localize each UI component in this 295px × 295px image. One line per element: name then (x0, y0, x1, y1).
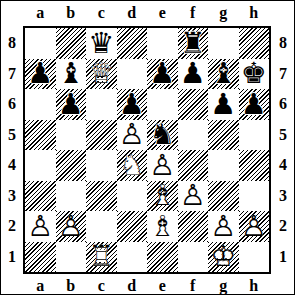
rank-label-6: 6 (273, 89, 293, 120)
rank-label-7: 7 (273, 59, 293, 90)
file-label-h: h (239, 3, 270, 23)
piece-white-pawn: ♟♙ (25, 211, 56, 242)
square-b2[interactable]: ♟♙ (56, 211, 87, 242)
square-f2[interactable] (178, 211, 209, 242)
square-e5[interactable]: ♞ (147, 120, 178, 151)
square-c2[interactable] (86, 211, 117, 242)
square-c1[interactable]: ♜♖ (86, 242, 117, 273)
square-h3[interactable] (239, 181, 270, 212)
piece-black-pawn: ♟ (56, 89, 87, 120)
piece-white-knight: ♞♘ (117, 150, 148, 181)
piece-white-king: ♚♔ (208, 242, 239, 273)
rank-label-1: 1 (2, 242, 22, 273)
rank-label-1: 1 (273, 242, 293, 273)
piece-black-pawn: ♟ (25, 59, 56, 90)
rank-label-4: 4 (2, 150, 22, 181)
square-h2[interactable]: ♟♙ (239, 211, 270, 242)
file-label-d: d (117, 3, 148, 23)
file-label-g: g (208, 276, 239, 295)
square-f8[interactable]: ♜ (178, 28, 209, 59)
piece-black-queen: ♛ (86, 28, 117, 59)
square-a2[interactable]: ♟♙ (25, 211, 56, 242)
file-labels-bottom: abcdefgh (25, 276, 269, 295)
square-f3[interactable]: ♟♙ (178, 181, 209, 212)
square-c5[interactable] (86, 120, 117, 151)
rank-label-5: 5 (2, 120, 22, 151)
square-h4[interactable] (239, 150, 270, 181)
file-labels-top: abcdefgh (25, 3, 269, 23)
square-e7[interactable]: ♟ (147, 59, 178, 90)
square-g2[interactable]: ♟♙ (208, 211, 239, 242)
rank-label-3: 3 (2, 181, 22, 212)
piece-white-pawn: ♟♙ (239, 211, 270, 242)
rank-label-2: 2 (273, 211, 293, 242)
square-g5[interactable] (208, 120, 239, 151)
square-h8[interactable] (239, 28, 270, 59)
rank-label-8: 8 (2, 28, 22, 59)
square-c8[interactable]: ♛ (86, 28, 117, 59)
file-label-g: g (208, 3, 239, 23)
square-f6[interactable] (178, 89, 209, 120)
square-b8[interactable] (56, 28, 87, 59)
square-b5[interactable] (56, 120, 87, 151)
rank-label-3: 3 (273, 181, 293, 212)
square-c7[interactable]: ♛♕ (86, 59, 117, 90)
piece-black-pawn: ♟ (147, 59, 178, 90)
rank-label-8: 8 (273, 28, 293, 59)
square-c6[interactable] (86, 89, 117, 120)
square-e8[interactable] (147, 28, 178, 59)
square-h1[interactable] (239, 242, 270, 273)
square-b4[interactable] (56, 150, 87, 181)
rank-labels-left: 87654321 (2, 28, 22, 272)
square-e1[interactable] (147, 242, 178, 273)
square-f4[interactable] (178, 150, 209, 181)
square-h6[interactable]: ♟ (239, 89, 270, 120)
square-g8[interactable] (208, 28, 239, 59)
chess-board: ♛♜♟♝♛♕♟♟♝♚♟♟♟♟♟♙♞♞♘♟♙♝♗♟♙♟♙♟♙♝♗♟♙♟♙♜♖♚♔ (23, 26, 271, 274)
square-e2[interactable]: ♝♗ (147, 211, 178, 242)
square-a6[interactable] (25, 89, 56, 120)
square-b6[interactable]: ♟ (56, 89, 87, 120)
square-g3[interactable] (208, 181, 239, 212)
square-f1[interactable] (178, 242, 209, 273)
file-label-h: h (239, 276, 270, 295)
piece-black-pawn: ♟ (208, 89, 239, 120)
file-label-a: a (25, 276, 56, 295)
file-label-d: d (117, 276, 148, 295)
file-label-b: b (56, 276, 87, 295)
square-d3[interactable] (117, 181, 148, 212)
piece-black-pawn: ♟ (239, 89, 270, 120)
square-d8[interactable] (117, 28, 148, 59)
square-b3[interactable] (56, 181, 87, 212)
square-d6[interactable]: ♟ (117, 89, 148, 120)
square-d7[interactable] (117, 59, 148, 90)
piece-black-rook: ♜ (178, 28, 209, 59)
piece-black-bishop: ♝ (208, 59, 239, 90)
square-a4[interactable] (25, 150, 56, 181)
square-g1[interactable]: ♚♔ (208, 242, 239, 273)
square-d5[interactable]: ♟♙ (117, 120, 148, 151)
piece-white-pawn: ♟♙ (208, 211, 239, 242)
rank-label-2: 2 (2, 211, 22, 242)
square-a3[interactable] (25, 181, 56, 212)
square-a7[interactable]: ♟ (25, 59, 56, 90)
file-label-b: b (56, 3, 87, 23)
file-label-e: e (147, 276, 178, 295)
square-d2[interactable] (117, 211, 148, 242)
square-g4[interactable] (208, 150, 239, 181)
rank-label-6: 6 (2, 89, 22, 120)
square-f7[interactable]: ♟ (178, 59, 209, 90)
piece-black-pawn: ♟ (178, 59, 209, 90)
chess-diagram: abcdefgh 87654321 ♛♜♟♝♛♕♟♟♝♚♟♟♟♟♟♙♞♞♘♟♙♝… (0, 0, 295, 295)
piece-white-pawn: ♟♙ (147, 150, 178, 181)
piece-black-knight: ♞ (147, 120, 178, 151)
square-f5[interactable] (178, 120, 209, 151)
piece-white-bishop: ♝♗ (147, 181, 178, 212)
square-g6[interactable]: ♟ (208, 89, 239, 120)
piece-white-queen: ♛♕ (86, 59, 117, 90)
file-label-e: e (147, 3, 178, 23)
square-e6[interactable] (147, 89, 178, 120)
square-d4[interactable]: ♞♘ (117, 150, 148, 181)
file-label-f: f (178, 3, 209, 23)
piece-white-pawn: ♟♙ (56, 211, 87, 242)
square-d1[interactable] (117, 242, 148, 273)
piece-white-bishop: ♝♗ (147, 211, 178, 242)
piece-black-pawn: ♟ (117, 89, 148, 120)
square-c3[interactable] (86, 181, 117, 212)
rank-label-7: 7 (2, 59, 22, 90)
rank-labels-right: 87654321 (273, 28, 293, 272)
file-label-f: f (178, 276, 209, 295)
rank-label-5: 5 (273, 120, 293, 151)
rank-label-4: 4 (273, 150, 293, 181)
square-e3[interactable]: ♝♗ (147, 181, 178, 212)
square-a1[interactable] (25, 242, 56, 273)
piece-white-pawn: ♟♙ (178, 181, 209, 212)
square-a5[interactable] (25, 120, 56, 151)
square-e4[interactable]: ♟♙ (147, 150, 178, 181)
piece-black-bishop: ♝ (56, 59, 87, 90)
square-a8[interactable] (25, 28, 56, 59)
square-h7[interactable]: ♚ (239, 59, 270, 90)
square-g7[interactable]: ♝ (208, 59, 239, 90)
square-c4[interactable] (86, 150, 117, 181)
square-b1[interactable] (56, 242, 87, 273)
square-h5[interactable] (239, 120, 270, 151)
file-label-a: a (25, 3, 56, 23)
square-b7[interactable]: ♝ (56, 59, 87, 90)
file-label-c: c (86, 3, 117, 23)
piece-black-king: ♚ (239, 59, 270, 90)
piece-white-rook: ♜♖ (86, 242, 117, 273)
file-label-c: c (86, 276, 117, 295)
piece-white-pawn: ♟♙ (117, 120, 148, 151)
